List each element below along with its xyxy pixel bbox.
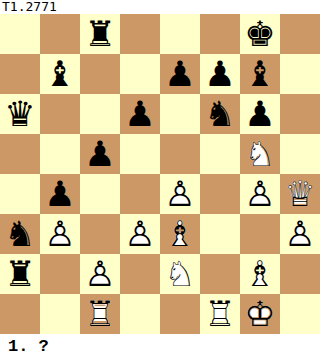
square-h3[interactable]: ♟♙: [280, 214, 320, 254]
square-b4[interactable]: ♟: [40, 174, 80, 214]
square-g2[interactable]: ♝♗: [240, 254, 280, 294]
piece-fill-glyph: ♜: [80, 14, 120, 54]
square-a2[interactable]: ♜: [0, 254, 40, 294]
square-c4[interactable]: [80, 174, 120, 214]
square-h7[interactable]: [280, 54, 320, 94]
square-b6[interactable]: [40, 94, 80, 134]
piece-outline-glyph: ♙: [240, 174, 280, 214]
piece-outline-glyph: ♖: [200, 294, 240, 334]
piece-black-bishop: ♝: [40, 54, 80, 94]
piece-outline-glyph: ♖: [80, 294, 120, 334]
square-e3[interactable]: ♝♗: [160, 214, 200, 254]
square-f6[interactable]: ♞: [200, 94, 240, 134]
piece-fill-glyph: ♝: [40, 54, 80, 94]
piece-white-king: ♚♔: [240, 294, 280, 334]
piece-fill-glyph: ♟: [240, 94, 280, 134]
piece-white-knight: ♞♘: [160, 254, 200, 294]
square-f5[interactable]: [200, 134, 240, 174]
square-h4[interactable]: ♛♕: [280, 174, 320, 214]
piece-outline-glyph: ♙: [80, 254, 120, 294]
square-f2[interactable]: [200, 254, 240, 294]
square-b8[interactable]: [40, 14, 80, 54]
piece-white-pawn: ♟♙: [40, 214, 80, 254]
square-b1[interactable]: [40, 294, 80, 334]
piece-fill-glyph: ♟: [200, 54, 240, 94]
piece-white-bishop: ♝♗: [240, 254, 280, 294]
square-e5[interactable]: [160, 134, 200, 174]
square-b2[interactable]: [40, 254, 80, 294]
square-h5[interactable]: [280, 134, 320, 174]
square-c1[interactable]: ♜♖: [80, 294, 120, 334]
square-h6[interactable]: [280, 94, 320, 134]
piece-outline-glyph: ♕: [280, 174, 320, 214]
square-d6[interactable]: ♟: [120, 94, 160, 134]
square-g7[interactable]: ♝: [240, 54, 280, 94]
chess-board: ♜♚♝♟♟♝♛♟♞♟♟♞♘♟♟♙♟♙♛♕♞♟♙♟♙♝♗♟♙♜♟♙♞♘♝♗♜♖♜♖…: [0, 14, 320, 334]
square-g6[interactable]: ♟: [240, 94, 280, 134]
piece-white-queen: ♛♕: [280, 174, 320, 214]
piece-black-king: ♚: [240, 14, 280, 54]
square-g4[interactable]: ♟♙: [240, 174, 280, 214]
piece-black-pawn: ♟: [40, 174, 80, 214]
piece-outline-glyph: ♗: [160, 214, 200, 254]
piece-black-pawn: ♟: [200, 54, 240, 94]
square-g8[interactable]: ♚: [240, 14, 280, 54]
square-f1[interactable]: ♜♖: [200, 294, 240, 334]
square-f3[interactable]: [200, 214, 240, 254]
square-g3[interactable]: [240, 214, 280, 254]
square-d5[interactable]: [120, 134, 160, 174]
square-e7[interactable]: ♟: [160, 54, 200, 94]
piece-black-knight: ♞: [200, 94, 240, 134]
piece-outline-glyph: ♙: [40, 214, 80, 254]
square-d1[interactable]: [120, 294, 160, 334]
piece-white-pawn: ♟♙: [240, 174, 280, 214]
square-b5[interactable]: [40, 134, 80, 174]
piece-black-knight: ♞: [0, 214, 40, 254]
square-d2[interactable]: [120, 254, 160, 294]
square-d4[interactable]: [120, 174, 160, 214]
square-d7[interactable]: [120, 54, 160, 94]
square-a3[interactable]: ♞: [0, 214, 40, 254]
square-c3[interactable]: [80, 214, 120, 254]
piece-black-rook: ♜: [80, 14, 120, 54]
square-c7[interactable]: [80, 54, 120, 94]
square-a1[interactable]: [0, 294, 40, 334]
piece-fill-glyph: ♚: [240, 14, 280, 54]
piece-white-pawn: ♟♙: [160, 174, 200, 214]
square-h1[interactable]: [280, 294, 320, 334]
piece-black-pawn: ♟: [80, 134, 120, 174]
square-b3[interactable]: ♟♙: [40, 214, 80, 254]
piece-white-pawn: ♟♙: [280, 214, 320, 254]
piece-outline-glyph: ♙: [120, 214, 160, 254]
square-a5[interactable]: [0, 134, 40, 174]
square-f7[interactable]: ♟: [200, 54, 240, 94]
square-a8[interactable]: [0, 14, 40, 54]
square-g5[interactable]: ♞♘: [240, 134, 280, 174]
square-d3[interactable]: ♟♙: [120, 214, 160, 254]
piece-fill-glyph: ♟: [160, 54, 200, 94]
square-a6[interactable]: ♛: [0, 94, 40, 134]
square-c8[interactable]: ♜: [80, 14, 120, 54]
piece-outline-glyph: ♔: [240, 294, 280, 334]
piece-fill-glyph: ♟: [40, 174, 80, 214]
piece-outline-glyph: ♙: [280, 214, 320, 254]
square-c6[interactable]: [80, 94, 120, 134]
piece-white-rook: ♜♖: [200, 294, 240, 334]
square-c2[interactable]: ♟♙: [80, 254, 120, 294]
piece-white-pawn: ♟♙: [80, 254, 120, 294]
piece-black-pawn: ♟: [160, 54, 200, 94]
piece-white-rook: ♜♖: [80, 294, 120, 334]
square-a4[interactable]: [0, 174, 40, 214]
piece-white-pawn: ♟♙: [120, 214, 160, 254]
square-e1[interactable]: [160, 294, 200, 334]
piece-black-bishop: ♝: [240, 54, 280, 94]
piece-white-knight: ♞♘: [240, 134, 280, 174]
square-e8[interactable]: [160, 14, 200, 54]
piece-outline-glyph: ♘: [160, 254, 200, 294]
square-h2[interactable]: [280, 254, 320, 294]
piece-black-pawn: ♟: [120, 94, 160, 134]
piece-fill-glyph: ♞: [200, 94, 240, 134]
piece-outline-glyph: ♗: [240, 254, 280, 294]
square-f4[interactable]: [200, 174, 240, 214]
piece-white-bishop: ♝♗: [160, 214, 200, 254]
square-e6[interactable]: [160, 94, 200, 134]
move-prompt: 1. ?: [8, 337, 49, 357]
square-g1[interactable]: ♚♔: [240, 294, 280, 334]
square-b7[interactable]: ♝: [40, 54, 80, 94]
piece-outline-glyph: ♙: [160, 174, 200, 214]
square-f8[interactable]: [200, 14, 240, 54]
piece-fill-glyph: ♟: [80, 134, 120, 174]
square-e2[interactable]: ♞♘: [160, 254, 200, 294]
square-h8[interactable]: [280, 14, 320, 54]
square-e4[interactable]: ♟♙: [160, 174, 200, 214]
square-d8[interactable]: [120, 14, 160, 54]
piece-outline-glyph: ♘: [240, 134, 280, 174]
piece-black-queen: ♛: [0, 94, 40, 134]
piece-fill-glyph: ♞: [0, 214, 40, 254]
piece-fill-glyph: ♛: [0, 94, 40, 134]
piece-black-pawn: ♟: [240, 94, 280, 134]
square-c5[interactable]: ♟: [80, 134, 120, 174]
piece-black-rook: ♜: [0, 254, 40, 294]
square-a7[interactable]: [0, 54, 40, 94]
piece-fill-glyph: ♜: [0, 254, 40, 294]
piece-fill-glyph: ♟: [120, 94, 160, 134]
piece-fill-glyph: ♝: [240, 54, 280, 94]
puzzle-id: T1.2771: [2, 0, 57, 14]
